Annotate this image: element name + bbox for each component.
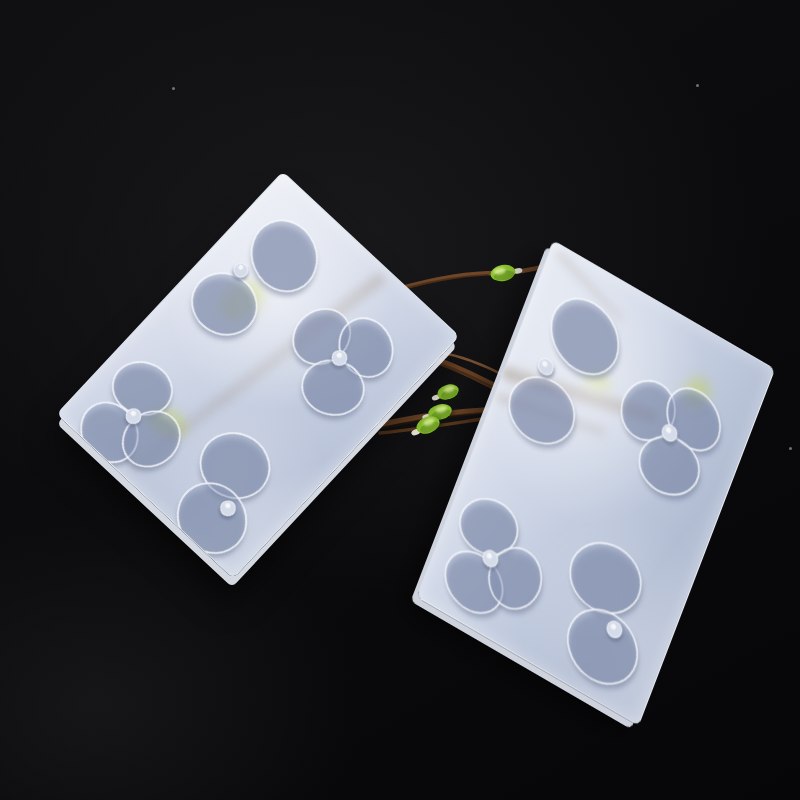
leaf-bud (429, 381, 463, 407)
scene: Two tilted rectangular translucent white… (0, 0, 800, 800)
dust-speck (696, 84, 699, 87)
dust-speck (172, 87, 175, 90)
dust-speck (789, 447, 792, 450)
